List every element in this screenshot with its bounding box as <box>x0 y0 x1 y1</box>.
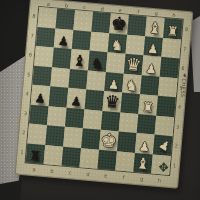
square-h6 <box>160 57 180 78</box>
chessboard-photo: abcdefgh abcdefgh 87654321 87654321 ♞CHE… <box>0 0 200 200</box>
black-pawn-b7: ♟ <box>57 35 69 48</box>
square-g6: ♟ <box>142 55 162 76</box>
chess-board: abcdefgh abcdefgh 87654321 87654321 ♞CHE… <box>16 0 193 188</box>
board-corner-emblem: ✥ <box>158 161 169 174</box>
black-pawn-a4: ♟ <box>34 92 46 105</box>
file-label-c: c <box>61 170 79 177</box>
square-d1 <box>79 148 99 169</box>
white-bishop-g1: ♝ <box>136 156 151 172</box>
square-f6: ♛ <box>124 54 144 75</box>
file-label-g: g <box>132 176 150 183</box>
rank-label-7: 7 <box>180 39 189 59</box>
file-label-h: h <box>165 12 183 19</box>
square-e5: ♟ <box>104 72 124 93</box>
square-a1: ♜ <box>26 143 46 164</box>
square-h3 <box>155 115 175 136</box>
square-c4: ♟ <box>67 88 87 109</box>
file-label-f: f <box>129 8 147 15</box>
square-b1 <box>44 145 64 166</box>
white-pawn-e5: ♟ <box>108 78 120 91</box>
square-c8 <box>73 10 93 31</box>
square-b3 <box>47 106 67 127</box>
black-knight-d6: ♞ <box>91 55 105 70</box>
square-c5 <box>68 68 88 89</box>
white-knight-e7: ♞ <box>110 37 124 52</box>
file-label-b: b <box>57 2 75 9</box>
square-f7 <box>126 34 146 55</box>
file-label-a: a <box>39 1 57 8</box>
square-b5 <box>50 67 70 88</box>
square-g5 <box>140 75 160 96</box>
square-a3 <box>29 104 49 125</box>
square-e4: ♛ <box>102 91 122 112</box>
square-g1: ♝ <box>133 152 153 173</box>
white-king-e2: ♚ <box>100 130 118 149</box>
square-a5 <box>32 65 52 86</box>
file-label-g: g <box>147 10 165 17</box>
file-label-c: c <box>75 4 93 11</box>
square-d3 <box>83 109 103 130</box>
black-rook-a1: ♜ <box>29 149 42 163</box>
square-g8: ♝ <box>145 16 165 37</box>
square-c3 <box>65 107 85 128</box>
file-label-e: e <box>97 173 115 180</box>
square-b4 <box>49 86 69 107</box>
white-pawn-g7: ♟ <box>147 43 159 56</box>
file-label-d: d <box>79 171 97 178</box>
square-d6: ♞ <box>88 51 108 72</box>
square-h5 <box>158 76 178 97</box>
square-e1 <box>97 149 117 170</box>
square-b7: ♟ <box>54 28 74 49</box>
white-queen-f6: ♛ <box>125 55 142 73</box>
square-f1 <box>115 151 135 172</box>
file-label-a: a <box>25 166 43 173</box>
square-a8 <box>38 7 58 28</box>
square-e8: ♚ <box>109 13 129 34</box>
square-e3 <box>101 110 121 131</box>
black-king-e8: ♚ <box>110 14 128 33</box>
square-d4 <box>85 89 105 110</box>
square-b6 <box>52 47 72 68</box>
file-label-b: b <box>43 168 61 175</box>
square-f5: ♞ <box>122 73 142 94</box>
square-c6: ♝ <box>70 49 90 70</box>
white-pawn-g2: ♟ <box>139 140 151 153</box>
white-rook-h8: ♜ <box>166 24 179 38</box>
square-g2: ♟ <box>135 133 155 154</box>
square-b8 <box>55 9 75 30</box>
square-g3 <box>137 114 157 135</box>
black-bishop-c6: ♝ <box>72 53 87 69</box>
board-brand-text: ♞CHESS <box>180 72 187 98</box>
square-e2: ♚ <box>99 130 119 151</box>
white-pawn-h2: ♟ <box>157 137 173 153</box>
square-a2 <box>27 124 47 145</box>
square-d5 <box>86 70 106 91</box>
square-c7 <box>72 30 92 51</box>
square-g4: ♜ <box>138 94 158 115</box>
square-h4 <box>156 96 176 117</box>
white-pawn-g6: ♟ <box>145 62 157 75</box>
square-b2 <box>45 125 65 146</box>
square-a7 <box>36 26 56 47</box>
square-c1 <box>62 146 82 167</box>
square-c2 <box>63 127 83 148</box>
file-label-d: d <box>93 5 111 12</box>
white-rook-g4: ♜ <box>142 100 155 114</box>
square-a6 <box>34 46 54 67</box>
square-g7: ♟ <box>143 36 163 57</box>
square-f2 <box>117 131 137 152</box>
black-queen-e4: ♛ <box>104 93 121 111</box>
square-f4 <box>120 93 140 114</box>
board-grid: ♚♝♜♟♞♟♝♞♛♟♟♞♟♟♛♜♚♟♟♜♝✥ <box>26 7 183 175</box>
square-h1: ✥ <box>151 154 171 175</box>
rank-label-3: 3 <box>173 117 182 137</box>
file-label-e: e <box>111 7 129 14</box>
square-f3 <box>119 112 139 133</box>
file-label-f: f <box>115 174 133 181</box>
square-h2: ♟ <box>153 135 173 156</box>
white-knight-f5: ♞ <box>125 78 139 93</box>
file-label-h: h <box>150 177 168 184</box>
square-d2 <box>81 128 101 149</box>
white-bishop-g8: ♝ <box>147 20 162 36</box>
rank-label-4: 4 <box>175 97 184 117</box>
black-pawn-c4: ♟ <box>70 95 82 108</box>
square-f8 <box>127 15 147 36</box>
rank-label-8: 8 <box>182 20 191 40</box>
square-h7 <box>161 37 181 58</box>
rank-label-2: 2 <box>172 136 181 156</box>
square-a4: ♟ <box>31 85 51 106</box>
rank-label-1: 1 <box>170 156 179 176</box>
square-e7: ♞ <box>108 33 128 54</box>
square-d7 <box>90 31 110 52</box>
square-h8: ♜ <box>163 18 183 39</box>
square-e6 <box>106 52 126 73</box>
square-d8 <box>91 12 111 33</box>
